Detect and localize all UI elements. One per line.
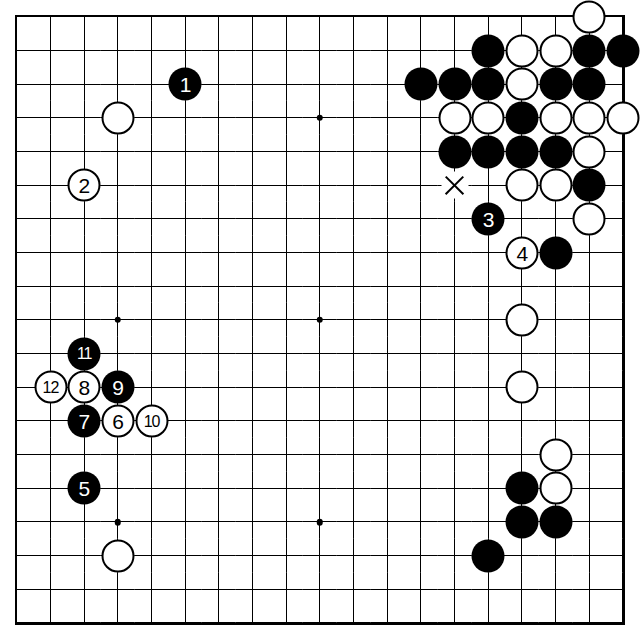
board-cell [438,101,472,135]
board-cell [34,337,68,371]
board-cell [337,236,371,270]
board-cell [67,101,101,135]
board-cell [101,337,135,371]
stone-white [438,101,471,134]
stone-black [506,506,539,539]
board-cell [371,202,405,236]
board-cell [101,303,135,337]
board-cell [135,135,169,169]
board-cell [67,67,101,101]
board-cell [0,34,34,68]
board-cell [472,505,506,539]
stone-white [506,169,539,202]
board-cell [168,202,202,236]
board-cell [303,236,337,270]
board-cell [236,438,270,472]
board-cell [573,202,607,236]
board-cell [135,505,169,539]
board-cell [337,337,371,371]
board-cell [404,337,438,371]
stone-black [506,472,539,505]
board-cell [0,539,34,573]
board-cell [505,269,539,303]
stone-black [506,135,539,168]
board-cell [34,539,68,573]
board-cell [371,505,405,539]
board-cell [404,0,438,34]
board-cell [573,472,607,506]
board-cell [337,269,371,303]
board-cell [168,606,202,640]
board-cell [606,438,640,472]
board-cell [236,135,270,169]
board-cell [303,67,337,101]
board-cell [0,472,34,506]
board-cell [337,168,371,202]
board-cell [539,404,573,438]
stone-white [539,438,572,471]
board-cell [539,269,573,303]
board-cell [539,168,573,202]
board-cell [539,371,573,405]
board-cell [135,236,169,270]
board-cell [269,67,303,101]
board-cell [539,573,573,607]
star-point [317,519,324,526]
board-cell [371,472,405,506]
board-cell [337,505,371,539]
stone-white [539,169,572,202]
stone-black [539,68,572,101]
board-cell [202,168,236,202]
board-cell [236,202,270,236]
board-cell [337,539,371,573]
board-cell [303,573,337,607]
board-cell [337,606,371,640]
board-cell [438,135,472,169]
board-cell [371,606,405,640]
board-cell [371,438,405,472]
board-cell [34,438,68,472]
board-cell [202,303,236,337]
board-cell [236,168,270,202]
board-cell: 1 [168,67,202,101]
board-cell [168,573,202,607]
board-cell [168,337,202,371]
board-cell [438,472,472,506]
board-cell [539,101,573,135]
board-cell [573,539,607,573]
board-cell [236,505,270,539]
stone-black [539,236,572,269]
board-cell [505,472,539,506]
board-cell [67,438,101,472]
move-number: 8 [79,377,90,398]
board-cell [573,269,607,303]
board-cell [67,606,101,640]
board-cell [371,135,405,169]
board-cell [0,404,34,438]
board-cell [202,67,236,101]
board-cell [236,269,270,303]
stone-black [472,539,505,572]
stone-black [472,135,505,168]
board-cell [539,606,573,640]
board-cell [236,67,270,101]
board-cell [404,135,438,169]
board-cell [135,34,169,68]
board-cell [303,404,337,438]
board-cell [438,202,472,236]
board-cell [438,34,472,68]
board-cell [472,472,506,506]
board-cell [404,505,438,539]
stone-white-move-4: 4 [506,236,539,269]
board-cell [505,438,539,472]
board-cell [135,303,169,337]
board-cell [269,573,303,607]
board-cell [0,438,34,472]
stone-white [506,303,539,336]
board-cell [202,472,236,506]
board-cell [606,101,640,135]
board-cell [505,371,539,405]
move-number: 10 [144,413,160,429]
board-cell [101,34,135,68]
board-cell [168,505,202,539]
board-cell [337,34,371,68]
board-cell [505,202,539,236]
board-cell [472,539,506,573]
board-cell [438,168,472,202]
board-cell [101,606,135,640]
board-cell [202,34,236,68]
board-cell [371,303,405,337]
stone-white-move-12: 12 [34,371,67,404]
board-cell [135,101,169,135]
board-cell [337,202,371,236]
stone-white [573,101,606,134]
move-number: 11 [77,346,92,362]
board-cell [438,236,472,270]
board-cell: 7 [67,404,101,438]
board-cell [236,371,270,405]
board-cell [101,438,135,472]
board-cell [438,438,472,472]
board-cell [371,0,405,34]
board-cell [34,606,68,640]
board-cell [269,505,303,539]
stone-black [539,506,572,539]
board-cell [539,67,573,101]
board-cell [438,371,472,405]
board-cell [606,303,640,337]
board-cell [67,573,101,607]
board-cell [404,539,438,573]
board-cell [539,505,573,539]
board-cell [168,269,202,303]
board-cell [472,269,506,303]
board-cell [202,606,236,640]
stone-white-move-2: 2 [68,169,101,202]
board-cell [606,34,640,68]
board-cell [573,135,607,169]
board-cell [0,606,34,640]
board-cell [606,573,640,607]
stone-black [405,68,438,101]
board-cell [337,0,371,34]
board-cell [337,67,371,101]
board-cell [67,135,101,169]
board-cell [34,168,68,202]
board-cell [606,269,640,303]
board-cell [505,0,539,34]
board-cell [34,34,68,68]
board-cell [101,236,135,270]
board-cell [269,135,303,169]
board-cell [606,236,640,270]
board-cell [236,472,270,506]
board-cell [573,438,607,472]
board-cell [505,135,539,169]
board-cell: 6 [101,404,135,438]
board-cell [135,539,169,573]
board-cell [303,269,337,303]
board-cell [539,34,573,68]
board-cell [539,303,573,337]
board-cell [269,337,303,371]
board-cell [539,202,573,236]
board-cell [202,505,236,539]
board-cell [573,337,607,371]
board-cell [135,67,169,101]
board-cell [202,101,236,135]
board-cell [438,67,472,101]
stone-black [607,34,640,67]
board-cell [505,34,539,68]
board-cell [404,34,438,68]
board-cell [0,135,34,169]
stone-white-move-10: 10 [135,405,168,438]
star-point [317,115,324,122]
board-cell [337,404,371,438]
board-cell [34,67,68,101]
board-cell [303,0,337,34]
stone-black-move-5: 5 [68,472,101,505]
board-cell [0,303,34,337]
stone-white [539,34,572,67]
board-cell [337,135,371,169]
move-number: 1 [180,74,191,95]
board-cell [539,0,573,34]
stone-black [573,169,606,202]
board-cell [168,34,202,68]
board-cell [337,303,371,337]
board-cell [202,236,236,270]
board-cell [135,168,169,202]
board-cell [101,67,135,101]
stone-white [573,202,606,235]
board-cell: 3 [472,202,506,236]
board-cell [371,371,405,405]
board-cell [539,135,573,169]
board-cell [472,371,506,405]
x-mark [441,172,468,199]
board-cell [573,34,607,68]
board-cell [0,371,34,405]
board-cell [168,236,202,270]
board-cell [135,0,169,34]
board-cell [438,269,472,303]
board-cell [371,269,405,303]
board-cell [67,202,101,236]
board-cell [371,101,405,135]
stone-black [472,68,505,101]
board-cell [34,202,68,236]
board-cell [34,236,68,270]
board-cell [438,337,472,371]
board-cell [606,202,640,236]
board-cell [202,404,236,438]
board-cell [472,303,506,337]
board-cell [337,101,371,135]
board-cell [404,236,438,270]
board-cell [135,606,169,640]
stone-white [573,0,606,33]
board-cell [202,269,236,303]
stone-black-move-1: 1 [169,68,202,101]
board-cell [505,505,539,539]
board-cell: 2 [67,168,101,202]
board-cell [202,539,236,573]
board-cell [236,34,270,68]
board-cell [438,539,472,573]
board-cell [472,606,506,640]
stone-black [573,34,606,67]
board-cell [269,236,303,270]
board-cell [472,337,506,371]
board-cell [404,269,438,303]
board-cell [573,606,607,640]
board-cell [168,135,202,169]
stone-white [607,101,640,134]
board-cell [438,0,472,34]
board-cell [236,236,270,270]
board-cell [472,101,506,135]
board-cell [101,472,135,506]
stone-black-move-11: 11 [68,337,101,370]
board-cell [236,337,270,371]
board-cell [404,371,438,405]
board-cell [404,438,438,472]
board-cell [472,438,506,472]
board-cell [101,505,135,539]
board-cell [236,0,270,34]
board-cell [371,539,405,573]
board-cell [67,539,101,573]
board-cell [303,168,337,202]
board-cell [606,0,640,34]
stone-white [539,101,572,134]
star-point [115,519,122,526]
board-cell [573,404,607,438]
board-cell [101,269,135,303]
move-number: 12 [43,379,59,395]
board-cell [438,404,472,438]
stone-white [539,472,572,505]
board-cell [269,438,303,472]
stone-black [438,68,471,101]
board-cell [606,404,640,438]
board-cell [269,539,303,573]
move-number: 7 [79,411,90,432]
board-cell [303,101,337,135]
board-cell [236,573,270,607]
board-cell [269,0,303,34]
board-cell [438,606,472,640]
board-cell [505,337,539,371]
board-cell [573,236,607,270]
board-cell [236,303,270,337]
board-cell [472,573,506,607]
board-cell [404,472,438,506]
board-cell [101,168,135,202]
board-cell [337,573,371,607]
board-cell [303,438,337,472]
board-cell [202,573,236,607]
board-cell [606,135,640,169]
board-cell [404,101,438,135]
board-cell [573,371,607,405]
stone-black [438,135,471,168]
board-cell [168,168,202,202]
board-cell [269,371,303,405]
board-cell [34,101,68,135]
board-cell [34,269,68,303]
board-cell [472,67,506,101]
board-cell [34,505,68,539]
board-cell: 10 [135,404,169,438]
stone-black [573,68,606,101]
board-cell [573,168,607,202]
board-cell [269,101,303,135]
board-cell [404,573,438,607]
board-cell [0,236,34,270]
stone-white [506,34,539,67]
board-cell [606,337,640,371]
board-cell [472,236,506,270]
board-cell [236,101,270,135]
board-cell [269,168,303,202]
board-cell [67,34,101,68]
board-cell [539,438,573,472]
board-cell [34,303,68,337]
board-cell [202,135,236,169]
board-cell [269,303,303,337]
move-number: 3 [483,208,494,229]
stone-black [472,34,505,67]
board-cell [606,606,640,640]
board-cell [371,67,405,101]
board-cell [472,135,506,169]
board-cell [404,404,438,438]
move-number: 2 [79,175,90,196]
board-cell [404,168,438,202]
stone-white-move-8: 8 [68,371,101,404]
board-cell [539,472,573,506]
board-cell [168,438,202,472]
board-cell [236,404,270,438]
